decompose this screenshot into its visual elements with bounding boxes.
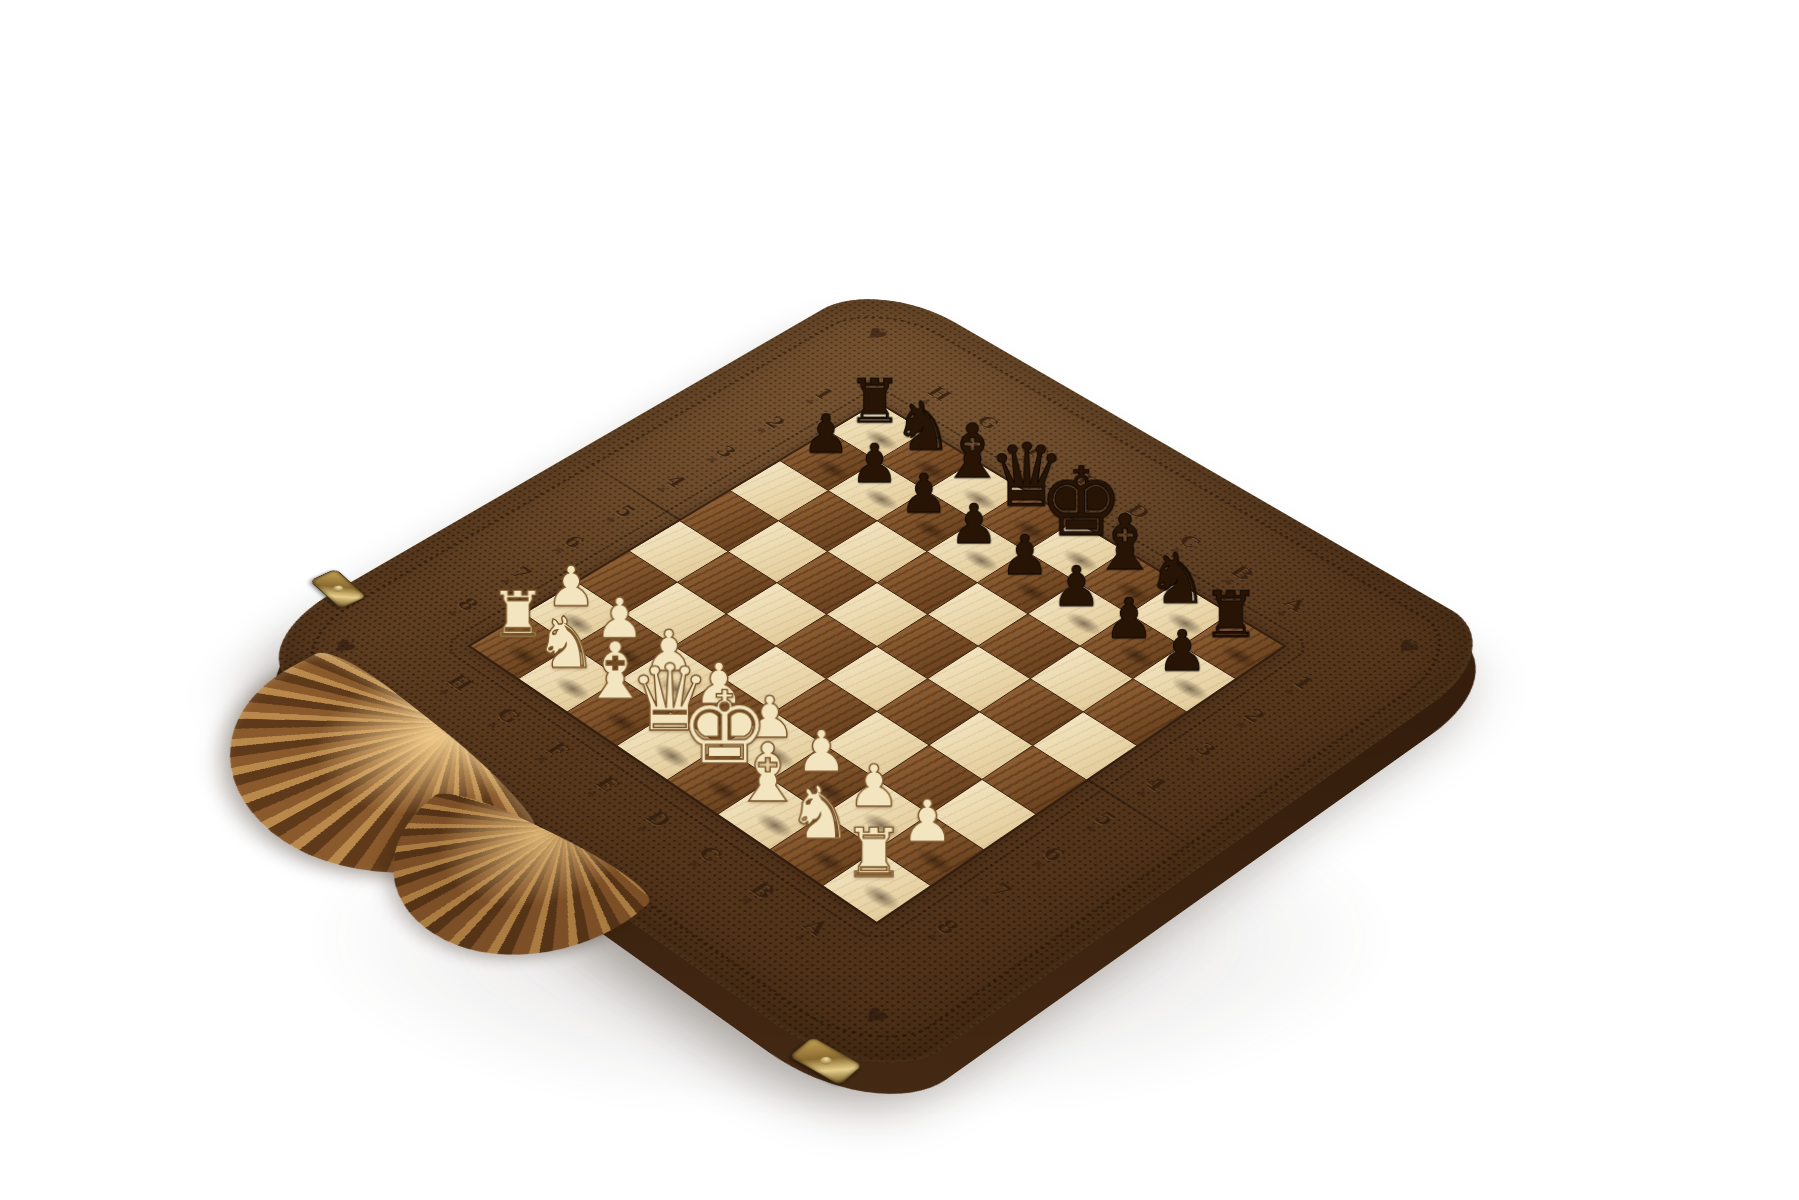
black-pawn-glyph: ♟ xyxy=(1146,622,1219,680)
photo-scene: ♠ ♠ ♠ ♠ H♣G♣F♣E♣D♣C♣B♣A♣ H♣G♣F♣E♣D♣C♣B♣A… xyxy=(0,0,1799,1200)
pieces-layer: ♜♞♝♛♚♝♞♜♟♟♟♟♟♟♟♟♟♟♟♟♟♟♟♟♜♞♝♛♚♝♞♜ xyxy=(241,277,1514,1095)
white-rook-glyph: ♜ xyxy=(836,818,912,888)
chess-board: ♠ ♠ ♠ ♠ H♣G♣F♣E♣D♣C♣B♣A♣ H♣G♣F♣E♣D♣C♣B♣A… xyxy=(241,277,1514,1095)
